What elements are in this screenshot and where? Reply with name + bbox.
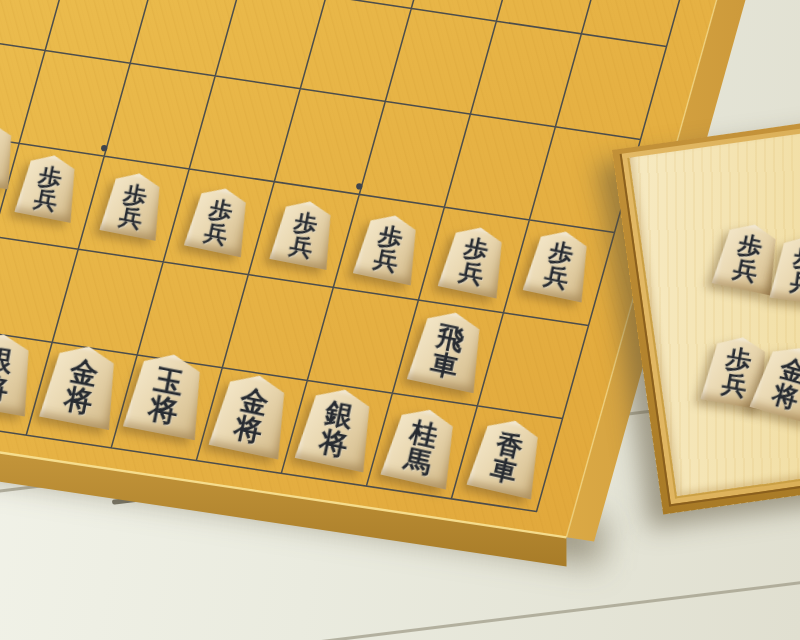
piece-face: 歩兵 bbox=[15, 150, 83, 223]
piece-kanji: 銀 bbox=[0, 344, 15, 377]
piece-kanji: 将 bbox=[62, 384, 95, 417]
piece-pawn-4g[interactable]: 歩兵 bbox=[269, 196, 338, 270]
piece-kanji: 兵 bbox=[118, 203, 145, 230]
piece-kanji: 兵 bbox=[202, 219, 229, 247]
piece-face: 歩兵 bbox=[269, 196, 338, 270]
piece-kanji: 将 bbox=[232, 413, 265, 447]
piece-kanji: 兵 bbox=[731, 256, 760, 285]
piece-kanji: 車 bbox=[429, 348, 461, 381]
piece-kanji: 兵 bbox=[457, 259, 486, 288]
piece-kanji: 兵 bbox=[720, 371, 749, 400]
piece-kanji: 車 bbox=[488, 456, 519, 488]
piece-face: 歩兵 bbox=[100, 168, 168, 241]
piece-pawn-6g[interactable]: 歩兵 bbox=[100, 168, 168, 241]
piece-king-5i[interactable]: 玉将 bbox=[123, 348, 210, 440]
piece-kanji: 将 bbox=[146, 393, 180, 428]
piece-box-lid-top bbox=[627, 124, 800, 499]
piece-kanji: 馬 bbox=[402, 445, 435, 478]
piece-kanji: 将 bbox=[770, 380, 800, 413]
piece-kanji: 兵 bbox=[788, 269, 800, 297]
star-point bbox=[101, 145, 107, 151]
piece-kanji: 兵 bbox=[288, 232, 315, 259]
piece-kanji: 将 bbox=[317, 426, 350, 460]
piece-gold-6i[interactable]: 金将 bbox=[39, 340, 124, 430]
photo-scene: { "game": "shogi", "scene_description": … bbox=[0, 0, 800, 640]
piece-kanji: 将 bbox=[0, 372, 10, 405]
piece-pawn-7g[interactable]: 歩兵 bbox=[15, 150, 83, 223]
piece-face: 金将 bbox=[39, 340, 124, 430]
piece-face: 玉将 bbox=[123, 348, 210, 440]
piece-kanji: 兵 bbox=[542, 263, 571, 292]
piece-kanji: 兵 bbox=[372, 246, 401, 275]
piece-kanji: 歩 bbox=[0, 130, 1, 157]
star-point bbox=[356, 183, 362, 189]
piece-kanji: 兵 bbox=[33, 186, 60, 213]
